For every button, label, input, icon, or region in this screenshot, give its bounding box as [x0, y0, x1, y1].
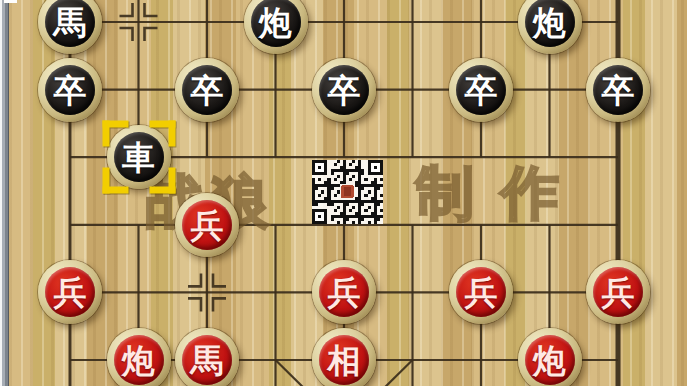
- piece-face: 炮: [114, 335, 164, 385]
- piece-black-soldier[interactable]: 卒: [449, 58, 513, 122]
- piece-glyph: 卒: [465, 73, 498, 107]
- qr-code: [312, 159, 383, 225]
- piece-glyph: 車: [122, 140, 155, 174]
- piece-glyph: 相: [328, 343, 361, 377]
- piece-face: 相: [319, 335, 369, 385]
- piece-face: 兵: [319, 267, 369, 317]
- piece-face: 卒: [593, 65, 643, 115]
- piece-face: 卒: [456, 65, 506, 115]
- piece-face: 兵: [45, 267, 95, 317]
- piece-glyph: 炮: [533, 5, 566, 39]
- piece-face: 卒: [182, 65, 232, 115]
- piece-glyph: 卒: [602, 73, 635, 107]
- piece-face: 馬: [182, 335, 232, 385]
- piece-black-soldier[interactable]: 卒: [586, 58, 650, 122]
- window-edge-highlight: [4, 0, 17, 3]
- piece-black-soldier[interactable]: 卒: [175, 58, 239, 122]
- piece-black-chariot[interactable]: 車: [107, 125, 171, 189]
- piece-face: 炮: [251, 0, 301, 47]
- piece-glyph: 炮: [533, 343, 566, 377]
- piece-glyph: 兵: [54, 275, 87, 309]
- piece-red-soldier[interactable]: 兵: [38, 260, 102, 324]
- piece-face: 車: [114, 132, 164, 182]
- piece-face: 兵: [182, 200, 232, 250]
- piece-red-cannon[interactable]: 炮: [107, 328, 171, 386]
- piece-face: 炮: [525, 335, 575, 385]
- piece-glyph: 炮: [122, 343, 155, 377]
- piece-red-cannon[interactable]: 炮: [518, 328, 582, 386]
- xiangqi-board[interactable]: 战狼 制作 馬炮炮卒卒卒卒卒車兵兵兵兵兵炮馬相炮: [0, 0, 687, 386]
- piece-glyph: 卒: [328, 73, 361, 107]
- window-edge-strip: [0, 0, 9, 386]
- piece-glyph: 馬: [191, 343, 224, 377]
- piece-glyph: 兵: [465, 275, 498, 309]
- piece-red-horse[interactable]: 馬: [175, 328, 239, 386]
- piece-glyph: 炮: [259, 5, 292, 39]
- watermark-text-right: 制作: [416, 164, 586, 222]
- piece-face: 卒: [45, 65, 95, 115]
- piece-glyph: 馬: [54, 5, 87, 39]
- piece-black-soldier[interactable]: 卒: [38, 58, 102, 122]
- piece-red-soldier[interactable]: 兵: [449, 260, 513, 324]
- piece-face: 炮: [525, 0, 575, 47]
- piece-red-soldier[interactable]: 兵: [312, 260, 376, 324]
- piece-glyph: 兵: [328, 275, 361, 309]
- piece-red-elephant[interactable]: 相: [312, 328, 376, 386]
- piece-face: 馬: [45, 0, 95, 47]
- piece-face: 兵: [456, 267, 506, 317]
- piece-black-soldier[interactable]: 卒: [312, 58, 376, 122]
- piece-red-soldier[interactable]: 兵: [175, 193, 239, 257]
- piece-glyph: 兵: [191, 208, 224, 242]
- piece-glyph: 卒: [191, 73, 224, 107]
- piece-glyph: 卒: [54, 73, 87, 107]
- piece-face: 卒: [319, 65, 369, 115]
- piece-red-soldier[interactable]: 兵: [586, 260, 650, 324]
- piece-glyph: 兵: [602, 275, 635, 309]
- piece-face: 兵: [593, 267, 643, 317]
